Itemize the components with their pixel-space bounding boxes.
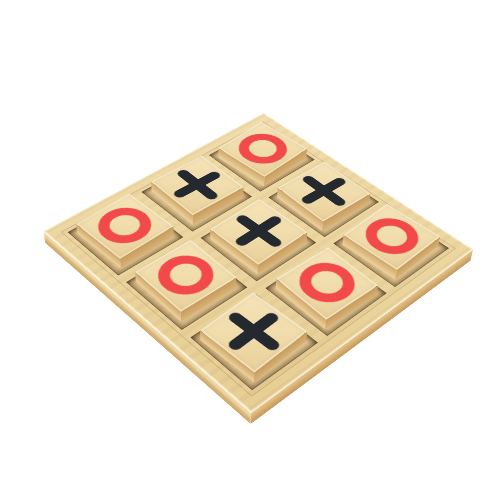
board [44,113,474,413]
scene-rotation-wrapper [0,0,500,500]
tile-r3c3-cross [200,302,306,382]
product-photo-stage [0,0,500,500]
tile-r2c1-cross [152,165,244,225]
tile-r3c2-nought [136,250,237,322]
tile-r2c3-nought [276,257,377,329]
tile-r2c2-cross [210,209,306,275]
